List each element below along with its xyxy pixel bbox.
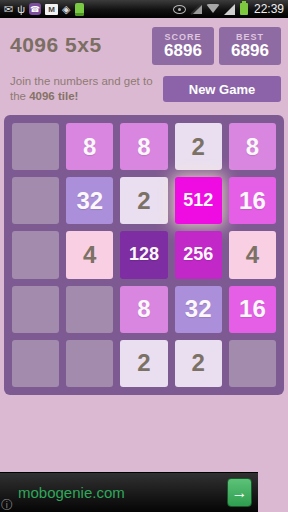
tile-16: 16 [229, 177, 276, 224]
signal-strength-icon [224, 4, 235, 15]
viber-icon: ☎ [29, 3, 41, 15]
cell-empty [12, 286, 59, 333]
tile-2: 2 [120, 177, 167, 224]
tile-2: 2 [120, 340, 167, 387]
tile-8: 8 [66, 123, 113, 170]
wifi-icon [206, 4, 220, 13]
ad-banner[interactable]: mobogenie.com → ⓘ [0, 472, 258, 512]
tile-32: 32 [66, 177, 113, 224]
goal-text: 4096 tile! [29, 90, 78, 102]
gem-icon: ◈ [62, 4, 70, 15]
tile-16: 16 [229, 286, 276, 333]
arrow-right-icon: → [232, 484, 248, 502]
ad-arrow-button[interactable]: → [227, 478, 252, 507]
tile-8: 8 [120, 123, 167, 170]
tile-512: 512 [175, 177, 222, 224]
mail-icon: ✉ [4, 4, 13, 15]
cell-empty [12, 340, 59, 387]
tile-2: 2 [175, 340, 222, 387]
tile-8: 8 [120, 286, 167, 333]
tile-128: 128 [120, 231, 167, 278]
tile-2: 2 [175, 123, 222, 170]
best-value: 6896 [231, 42, 269, 60]
instruction-text: Join the numbers and get to the 4096 til… [10, 74, 162, 104]
gmail-icon: M [45, 4, 58, 15]
cell-empty [12, 177, 59, 224]
tile-256: 256 [175, 231, 222, 278]
status-bar: ✉ ψ ☎ M ◈ 22:39 [0, 0, 288, 18]
tile-8: 8 [229, 123, 276, 170]
tile-4: 4 [66, 231, 113, 278]
cell-empty [66, 286, 113, 333]
score-value: 6896 [164, 42, 202, 60]
instruction-line1: Join the numbers and get to [10, 75, 153, 87]
usb-icon: ψ [17, 4, 25, 15]
battery-app-icon [75, 3, 84, 16]
sub-header: Join the numbers and get to the 4096 til… [0, 65, 288, 104]
battery-icon [240, 3, 248, 15]
board-grid[interactable]: 882832251216412825648321622 [4, 115, 284, 395]
instruction-line2: the [10, 90, 29, 102]
cell-empty [12, 231, 59, 278]
score-box: SCORE 6896 [152, 27, 214, 65]
cell-empty [12, 123, 59, 170]
app-title: 4096 5x5 [10, 33, 102, 57]
ad-info-icon[interactable]: ⓘ [1, 497, 13, 512]
new-game-button[interactable]: New Game [163, 76, 281, 102]
header: 4096 5x5 SCORE 6896 BEST 6896 [0, 18, 288, 65]
tile-4: 4 [229, 231, 276, 278]
ad-link-text[interactable]: mobogenie.com [18, 484, 125, 501]
no-signal-icon [190, 3, 202, 15]
cell-empty [66, 340, 113, 387]
status-time: 22:39 [254, 2, 284, 16]
tile-32: 32 [175, 286, 222, 333]
eye-icon [173, 5, 186, 14]
cell-empty [229, 340, 276, 387]
best-box: BEST 6896 [219, 27, 281, 65]
